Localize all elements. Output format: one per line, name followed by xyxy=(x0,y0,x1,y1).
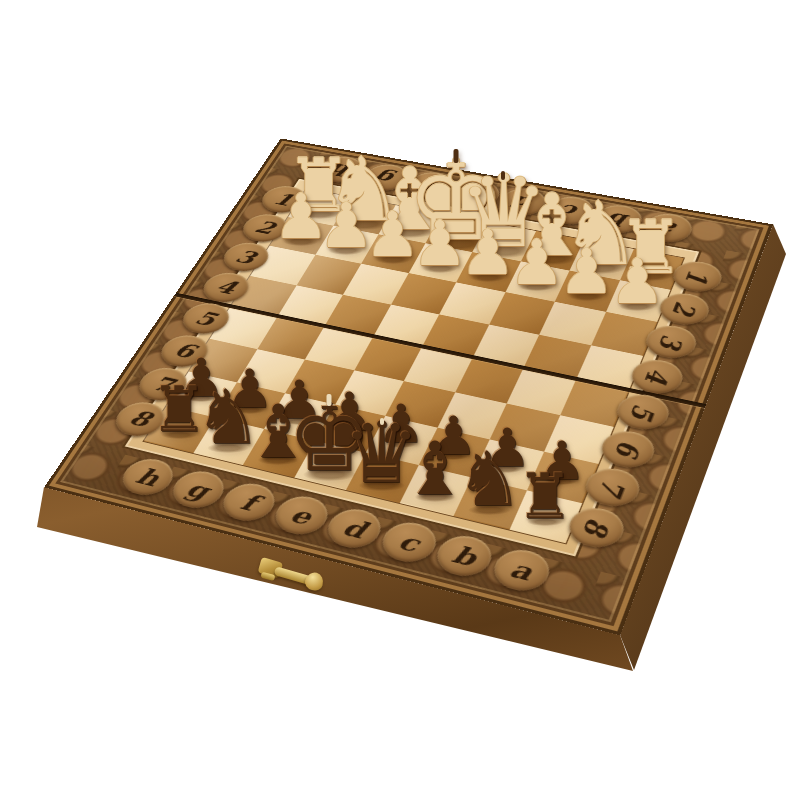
dark-finial xyxy=(501,171,505,180)
bone-finial xyxy=(327,394,332,406)
piece-white-pawn-a2[interactable]: ♟ xyxy=(606,251,668,313)
pieces-layer: ♜♞♝♚♛♝♞♜♟♟♟♟♟♟♟♟♟♟♟♟♟♟♟♟♜♞♝♚♛♝♞♜ xyxy=(0,0,800,800)
dark-finial xyxy=(454,149,459,163)
rook-glyph: ♜ xyxy=(514,466,577,529)
product-photo-chess-box: 1234567812345678hgfedcbahgfedcba ♜♞♝♚♛♝♞… xyxy=(0,0,800,800)
bone-finial xyxy=(380,418,384,426)
pawn-glyph: ♟ xyxy=(606,251,668,313)
piece-black-rook-a8[interactable]: ♜ xyxy=(514,466,577,529)
